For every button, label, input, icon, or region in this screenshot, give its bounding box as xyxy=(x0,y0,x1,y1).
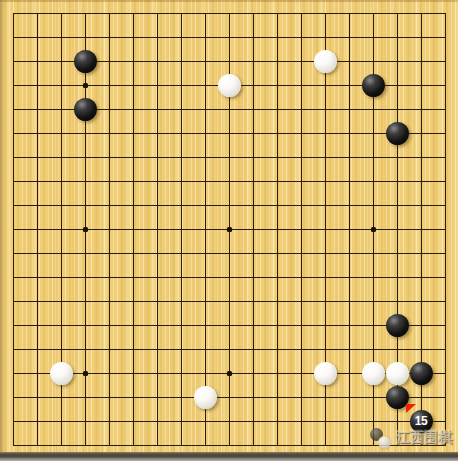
go-stone-white-J3 xyxy=(193,385,217,409)
watermark: 江西围棋 xyxy=(369,426,452,450)
go-board[interactable]: 15 江西围棋 xyxy=(0,0,458,461)
go-stones-logo-icon xyxy=(369,427,393,450)
hoshi-point xyxy=(83,227,88,232)
go-stone-white-R4 xyxy=(385,361,409,385)
hoshi-point xyxy=(371,227,376,232)
board-grid[interactable]: 15 xyxy=(1,1,457,457)
go-stone-white-C4 xyxy=(49,361,73,385)
board-edge-right xyxy=(453,0,458,461)
go-stone-white-O4 xyxy=(313,361,337,385)
hoshi-point xyxy=(227,227,232,232)
go-stone-black-R14 xyxy=(385,121,409,145)
go-stone-black-D15 xyxy=(73,97,97,121)
go-stone-white-Q4 xyxy=(361,361,385,385)
hoshi-point xyxy=(83,371,88,376)
board-edge-left xyxy=(0,0,4,461)
board-edge-bottom xyxy=(0,452,458,461)
go-stone-black-D17 xyxy=(73,49,97,73)
last-move-marker xyxy=(406,404,416,413)
go-stone-black-S4 xyxy=(409,361,433,385)
go-stone-white-K16 xyxy=(217,73,241,97)
watermark-text: 江西围棋 xyxy=(396,429,452,447)
go-stone-black-R6 xyxy=(385,313,409,337)
logo-white-stone-icon xyxy=(378,436,391,449)
hoshi-point xyxy=(227,371,232,376)
hoshi-point xyxy=(83,83,88,88)
go-stone-black-Q16 xyxy=(361,73,385,97)
go-stone-white-O17 xyxy=(313,49,337,73)
board-edge-top xyxy=(0,0,458,2)
